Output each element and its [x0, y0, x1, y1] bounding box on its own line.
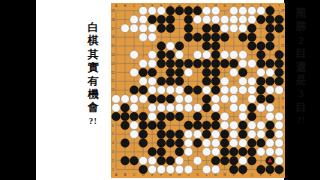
black-stone	[175, 68, 184, 77]
white-stone	[211, 15, 220, 24]
white-stone	[239, 6, 248, 15]
white-stone	[130, 15, 139, 24]
caption-right-char: 還	[294, 61, 308, 74]
white-stone	[130, 130, 139, 139]
white-stone	[257, 68, 266, 77]
white-stone	[220, 95, 229, 104]
white-stone	[239, 86, 248, 95]
white-stone	[148, 33, 157, 42]
black-stone	[211, 42, 220, 51]
white-stone	[175, 86, 184, 95]
black-stone	[157, 95, 166, 104]
row-label-left: 16	[111, 35, 115, 39]
row-label-left: 15	[111, 44, 115, 48]
white-stone	[257, 103, 266, 112]
black-stone	[211, 77, 220, 86]
black-stone	[157, 112, 166, 121]
black-stone	[193, 121, 202, 130]
white-stone	[230, 130, 239, 139]
white-stone	[121, 24, 130, 33]
black-stone	[257, 15, 266, 24]
black-stone	[157, 59, 166, 67]
black-stone	[266, 6, 275, 15]
black-stone	[157, 77, 166, 86]
black-stone	[211, 24, 220, 33]
white-stone	[202, 165, 211, 174]
white-stone	[230, 139, 239, 148]
go-board: AABBCCDDEEFFGGHHJJKKLLMMNNOOPPQQRRSSTT19…	[111, 3, 285, 178]
black-stone	[166, 15, 175, 24]
black-stone	[248, 24, 257, 33]
white-stone	[148, 24, 157, 33]
white-stone	[184, 148, 193, 157]
black-stone	[166, 77, 175, 86]
white-stone	[139, 95, 148, 104]
white-stone	[211, 130, 220, 139]
black-stone	[175, 6, 184, 15]
row-label-left: 14	[111, 53, 115, 57]
white-stone	[193, 103, 202, 112]
white-stone	[239, 156, 248, 165]
white-stone	[211, 95, 220, 104]
black-stone	[139, 130, 148, 139]
black-stone	[257, 86, 266, 95]
white-stone	[130, 68, 139, 77]
white-stone	[211, 148, 220, 157]
black-stone	[166, 139, 175, 148]
white-stone	[211, 6, 220, 15]
white-stone	[239, 59, 248, 67]
column-label-top: C	[133, 4, 136, 8]
white-stone	[202, 139, 211, 148]
column-label-top: B	[124, 4, 127, 8]
white-stone	[202, 15, 211, 24]
white-stone	[175, 51, 184, 60]
white-stone	[257, 148, 266, 157]
black-stone	[257, 77, 266, 86]
black-stone	[139, 121, 148, 130]
black-stone	[220, 59, 229, 67]
black-stone	[166, 68, 175, 77]
black-stone	[166, 59, 175, 67]
white-stone	[239, 103, 248, 112]
black-stone	[248, 33, 257, 42]
white-stone	[175, 95, 184, 104]
black-stone	[193, 59, 202, 67]
video-frame: 白棋其實有機會?! 黑勝2目還是3目?! AABBCCDDEEFFGGHHJJK…	[0, 0, 320, 180]
white-stone	[166, 42, 175, 51]
white-stone	[130, 103, 139, 112]
black-stone	[112, 112, 121, 121]
column-label-bottom: Q	[251, 173, 254, 177]
white-stone	[230, 95, 239, 104]
black-stone	[275, 165, 284, 174]
column-label-top: N	[224, 4, 227, 8]
white-stone	[166, 165, 175, 174]
black-stone	[266, 59, 275, 67]
black-stone	[202, 95, 211, 104]
caption-left-char: 機	[86, 88, 100, 101]
row-label-left: 11	[111, 79, 115, 83]
white-stone	[275, 156, 284, 165]
row-label-left: 18	[111, 18, 115, 22]
black-stone	[121, 139, 130, 148]
black-stone	[202, 42, 211, 51]
white-stone	[248, 121, 257, 130]
letterbox-left	[0, 0, 36, 180]
white-stone	[275, 112, 284, 121]
white-stone	[266, 103, 275, 112]
black-stone	[157, 42, 166, 51]
black-stone	[121, 121, 130, 130]
black-stone	[139, 86, 148, 95]
white-stone	[139, 6, 148, 15]
row-label-right: 8	[282, 106, 284, 110]
white-stone	[184, 103, 193, 112]
black-stone	[211, 112, 220, 121]
black-stone	[257, 95, 266, 104]
caption-left-char: 棋	[86, 34, 100, 47]
black-stone	[248, 148, 257, 157]
white-stone	[112, 95, 121, 104]
white-stone	[193, 130, 202, 139]
black-stone	[202, 59, 211, 67]
white-stone	[157, 103, 166, 112]
white-stone	[239, 77, 248, 86]
black-stone	[257, 51, 266, 60]
black-stone	[248, 103, 257, 112]
white-stone	[220, 86, 229, 95]
row-label-left: 10	[111, 88, 115, 92]
white-stone	[275, 139, 284, 148]
white-stone	[193, 156, 202, 165]
white-stone	[148, 86, 157, 95]
white-stone	[139, 77, 148, 86]
row-label-right: 15	[281, 44, 285, 48]
white-stone	[148, 103, 157, 112]
black-stone	[239, 130, 248, 139]
black-stone	[148, 68, 157, 77]
caption-left-char: 有	[86, 75, 100, 88]
white-stone	[148, 165, 157, 174]
white-stone	[230, 86, 239, 95]
black-stone	[175, 112, 184, 121]
caption-right-char: 2	[294, 34, 308, 47]
black-stone	[130, 112, 139, 121]
black-stone	[220, 130, 229, 139]
black-stone	[266, 24, 275, 33]
white-stone	[248, 86, 257, 95]
black-stone	[139, 139, 148, 148]
white-stone	[248, 59, 257, 67]
white-stone	[266, 139, 275, 148]
black-stone	[202, 103, 211, 112]
black-stone	[193, 139, 202, 148]
white-stone	[130, 51, 139, 60]
white-stone	[139, 59, 148, 67]
black-stone	[157, 156, 166, 165]
white-stone	[130, 95, 139, 104]
white-stone	[211, 165, 220, 174]
white-stone	[266, 112, 275, 121]
row-label-left: 1	[112, 168, 114, 172]
black-stone	[266, 165, 275, 174]
black-stone	[193, 86, 202, 95]
black-stone	[193, 6, 202, 15]
caption-right-char: 黑	[294, 7, 308, 20]
black-stone	[230, 156, 239, 165]
white-stone	[184, 130, 193, 139]
white-stone	[148, 112, 157, 121]
row-label-left: 3	[112, 150, 114, 154]
black-stone	[275, 68, 284, 77]
black-stone	[202, 24, 211, 33]
black-stone	[202, 33, 211, 42]
black-stone	[139, 165, 148, 174]
row-label-right: 9	[282, 97, 284, 101]
white-stone	[220, 112, 229, 121]
caption-right-char: 3	[294, 87, 308, 100]
white-stone	[257, 6, 266, 15]
column-label-bottom: A	[115, 173, 118, 177]
black-stone	[184, 24, 193, 33]
black-stone	[202, 130, 211, 139]
black-stone	[157, 51, 166, 60]
white-stone	[275, 130, 284, 139]
white-stone	[230, 24, 239, 33]
caption-right-char: 目	[294, 101, 308, 114]
row-label-left: 4	[112, 141, 114, 145]
white-stone	[220, 77, 229, 86]
black-stone	[130, 86, 139, 95]
white-stone	[139, 156, 148, 165]
black-stone	[148, 15, 157, 24]
black-stone	[275, 59, 284, 67]
column-label-bottom: C	[133, 173, 136, 177]
white-stone	[230, 121, 239, 130]
black-stone	[166, 51, 175, 60]
white-stone	[112, 103, 121, 112]
white-stone	[211, 139, 220, 148]
white-stone	[239, 15, 248, 24]
black-stone	[193, 112, 202, 121]
black-stone	[211, 33, 220, 42]
black-stone	[202, 68, 211, 77]
white-stone	[202, 51, 211, 60]
black-stone	[175, 148, 184, 157]
white-stone	[248, 6, 257, 15]
black-stone	[157, 121, 166, 130]
black-stone	[220, 156, 229, 165]
black-stone	[121, 112, 130, 121]
caption-left-char: 其	[86, 48, 100, 61]
white-stone	[148, 6, 157, 15]
white-stone	[230, 103, 239, 112]
black-stone	[239, 165, 248, 174]
caption-right-char: ?!	[294, 114, 308, 127]
white-stone	[257, 121, 266, 130]
black-stone	[157, 15, 166, 24]
white-stone	[266, 148, 275, 157]
black-stone	[248, 42, 257, 51]
white-stone	[230, 51, 239, 60]
row-label-left: 2	[112, 159, 114, 163]
black-stone	[202, 77, 211, 86]
black-stone	[148, 121, 157, 130]
black-stone	[257, 165, 266, 174]
white-stone	[175, 165, 184, 174]
black-stone	[184, 6, 193, 15]
black-stone	[266, 42, 275, 51]
black-stone	[139, 112, 148, 121]
black-stone	[175, 77, 184, 86]
caption-left-char: 實	[86, 61, 100, 74]
black-stone	[157, 24, 166, 33]
white-stone	[220, 24, 229, 33]
white-stone	[175, 156, 184, 165]
black-stone	[275, 77, 284, 86]
white-stone	[148, 77, 157, 86]
black-stone	[184, 33, 193, 42]
black-stone	[257, 139, 266, 148]
white-stone	[157, 6, 166, 15]
black-stone	[130, 156, 139, 165]
caption-right-char: 是	[294, 74, 308, 87]
black-stone	[230, 59, 239, 67]
black-stone	[275, 15, 284, 24]
black-stone	[157, 130, 166, 139]
column-label-top: T	[278, 4, 280, 8]
black-stone	[211, 51, 220, 60]
black-stone	[139, 68, 148, 77]
black-stone	[166, 112, 175, 121]
caption-right-char: 勝	[294, 20, 308, 33]
black-stone	[202, 121, 211, 130]
black-stone	[148, 148, 157, 157]
black-stone	[148, 95, 157, 104]
black-stone	[157, 139, 166, 148]
black-stone	[157, 148, 166, 157]
black-stone	[175, 42, 184, 51]
black-stone	[211, 86, 220, 95]
row-label-left: 12	[111, 71, 115, 75]
black-stone	[166, 95, 175, 104]
white-stone	[211, 103, 220, 112]
black-stone	[121, 156, 130, 165]
black-stone	[266, 130, 275, 139]
row-label-left: 5	[112, 132, 114, 136]
white-stone	[139, 33, 148, 42]
black-stone	[211, 68, 220, 77]
black-stone	[248, 112, 257, 121]
white-stone	[220, 51, 229, 60]
white-stone	[248, 77, 257, 86]
black-stone	[239, 33, 248, 42]
black-stone	[220, 148, 229, 157]
row-label-left: 13	[111, 62, 115, 66]
caption-right-vertical: 黑勝2目還是3目?!	[294, 7, 308, 128]
column-label-top: A	[115, 4, 118, 8]
white-stone	[248, 15, 257, 24]
white-stone	[139, 15, 148, 24]
black-stone	[175, 59, 184, 67]
white-stone	[266, 68, 275, 77]
content-panel: 白棋其實有機會?! 黑勝2目還是3目?! AABBCCDDEEFFGGHHJJK…	[36, 0, 284, 180]
white-stone	[266, 86, 275, 95]
caption-left-char: 白	[86, 21, 100, 34]
column-label-bottom: K	[196, 173, 199, 177]
black-stone	[266, 95, 275, 104]
black-stone	[121, 103, 130, 112]
row-label-right: 16	[281, 35, 285, 39]
black-stone	[239, 148, 248, 157]
black-stone	[175, 130, 184, 139]
column-label-bottom: N	[224, 173, 227, 177]
black-stone	[184, 59, 193, 67]
white-stone	[157, 165, 166, 174]
caption-left-char: 會	[86, 101, 100, 114]
black-stone	[248, 156, 257, 165]
white-stone	[148, 51, 157, 60]
white-stone	[220, 15, 229, 24]
row-label-left: 17	[111, 27, 115, 31]
white-stone	[202, 148, 211, 157]
black-stone	[166, 6, 175, 15]
caption-left-vertical: 白棋其實有機會?!	[86, 21, 100, 128]
white-stone	[275, 121, 284, 130]
row-label-left: 6	[112, 124, 114, 128]
black-stone	[257, 59, 266, 67]
white-stone	[148, 59, 157, 67]
row-label-left: 19	[111, 9, 115, 13]
white-stone	[130, 24, 139, 33]
black-stone	[266, 33, 275, 42]
black-stone	[239, 121, 248, 130]
white-stone	[202, 6, 211, 15]
black-stone	[211, 59, 220, 67]
go-board-svg: AABBCCDDEEFFGGHHJJKKLLMMNNOOPPQQRRSSTT19…	[111, 3, 285, 178]
white-stone	[175, 103, 184, 112]
white-stone	[202, 86, 211, 95]
black-stone	[230, 165, 239, 174]
white-stone	[193, 51, 202, 60]
caption-right-char: 目	[294, 47, 308, 60]
white-stone	[121, 95, 130, 104]
black-stone	[166, 130, 175, 139]
white-stone	[275, 148, 284, 157]
white-stone	[166, 86, 175, 95]
black-stone	[220, 33, 229, 42]
caption-left-char: ?!	[86, 115, 100, 128]
white-stone	[239, 139, 248, 148]
black-stone	[211, 121, 220, 130]
white-stone	[239, 24, 248, 33]
black-stone	[266, 15, 275, 24]
white-stone	[230, 15, 239, 24]
white-stone	[166, 103, 175, 112]
black-stone	[257, 42, 266, 51]
black-stone	[184, 121, 193, 130]
white-stone	[239, 51, 248, 60]
black-stone	[184, 15, 193, 24]
white-stone	[248, 130, 257, 139]
white-stone	[248, 95, 257, 104]
white-stone	[130, 121, 139, 130]
black-stone	[211, 156, 220, 165]
black-stone	[275, 51, 284, 60]
black-stone	[166, 24, 175, 33]
black-stone	[266, 121, 275, 130]
